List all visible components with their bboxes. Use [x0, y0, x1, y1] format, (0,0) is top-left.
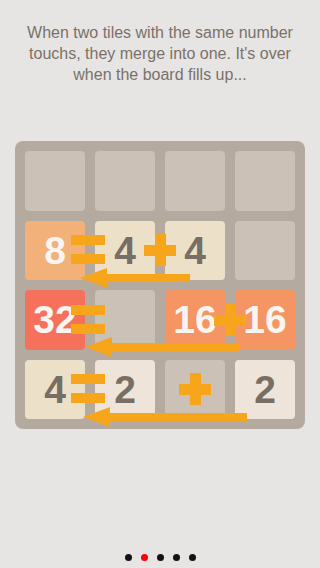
page-dot: [125, 554, 132, 561]
board-cell-empty: [25, 151, 85, 211]
arrowhead-icon: [80, 268, 107, 288]
onboarding-screen[interactable]: When two tiles with the same number touc…: [0, 0, 320, 568]
page-dot: [173, 554, 180, 561]
arrow-shaft: [105, 274, 190, 282]
equals-icon: [71, 305, 105, 334]
plus-icon: [214, 304, 246, 336]
page-dot-active: [141, 554, 148, 561]
tutorial-text: When two tiles with the same number touc…: [8, 22, 312, 85]
arrowhead-icon: [83, 407, 110, 427]
page-dot: [157, 554, 164, 561]
arrow-shaft: [110, 343, 240, 351]
arrow-shaft: [108, 413, 247, 421]
merge-left-arrow-icon: [85, 337, 240, 357]
equals-icon: [71, 235, 105, 264]
plus-icon: [144, 234, 176, 266]
page-indicator: [0, 554, 320, 561]
merge-left-arrow-icon: [83, 407, 247, 427]
board-cell-empty: [235, 151, 295, 211]
board-cell-empty: [165, 151, 225, 211]
plus-icon: [179, 373, 211, 405]
equals-icon: [71, 374, 105, 403]
merge-left-arrow-icon: [80, 268, 190, 288]
board-cell-empty: [95, 151, 155, 211]
board-cell-empty: [235, 221, 295, 281]
page-dot: [189, 554, 196, 561]
arrowhead-icon: [85, 337, 112, 357]
